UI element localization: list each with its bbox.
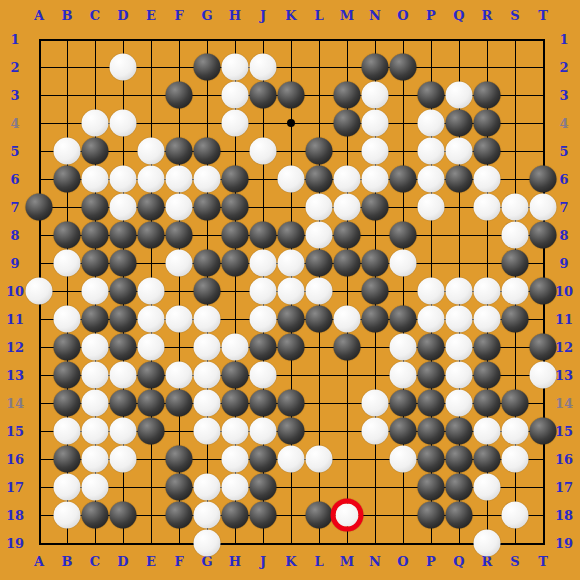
stone-S9 [502, 250, 529, 277]
col-label-top-K: K [285, 9, 296, 22]
stone-O6 [390, 166, 417, 193]
stone-H14 [222, 390, 249, 417]
col-label-bottom-H: H [229, 555, 241, 568]
stone-Q17 [446, 474, 473, 501]
stone-G15 [194, 418, 221, 445]
go-board: AABBCCDDEEFFGGHHJJKKLLMMNNOOPPQQRRSSTT11… [0, 0, 580, 580]
row-label-right-1: 1 [559, 33, 568, 46]
stone-C16 [82, 446, 109, 473]
stone-Q15 [446, 418, 473, 445]
stone-O9 [390, 250, 417, 277]
stone-N14 [362, 390, 389, 417]
col-label-bottom-O: O [397, 555, 408, 568]
stone-T10 [530, 278, 557, 305]
stone-P11 [418, 306, 445, 333]
row-label-left-15: 15 [6, 425, 24, 438]
col-label-top-P: P [426, 9, 436, 22]
stone-H15 [222, 418, 249, 445]
row-label-left-5: 5 [10, 145, 19, 158]
stone-O14 [390, 390, 417, 417]
stone-B12 [54, 334, 81, 361]
stone-M8 [334, 222, 361, 249]
stone-F13 [166, 362, 193, 389]
stone-C4 [82, 110, 109, 137]
col-label-top-T: T [538, 9, 548, 22]
stone-H4 [222, 110, 249, 137]
stone-E12 [138, 334, 165, 361]
row-label-right-11: 11 [555, 313, 573, 326]
stone-K10 [278, 278, 305, 305]
stone-L8 [306, 222, 333, 249]
stone-Q14 [446, 390, 473, 417]
row-label-right-7: 7 [559, 201, 568, 214]
stone-C14 [82, 390, 109, 417]
stone-K11 [278, 306, 305, 333]
stone-J18 [250, 502, 277, 529]
stone-D12 [110, 334, 137, 361]
grid-hline-1 [39, 39, 545, 41]
stone-C5 [82, 138, 109, 165]
row-label-right-19: 19 [555, 537, 573, 550]
stone-L6 [306, 166, 333, 193]
stone-F7 [166, 194, 193, 221]
stone-H13 [222, 362, 249, 389]
stone-P14 [418, 390, 445, 417]
stone-R14 [474, 390, 501, 417]
stone-P15 [418, 418, 445, 445]
col-label-bottom-C: C [90, 555, 100, 568]
col-label-top-M: M [340, 9, 354, 22]
stone-E7 [138, 194, 165, 221]
stone-K6 [278, 166, 305, 193]
stone-O12 [390, 334, 417, 361]
stone-C11 [82, 306, 109, 333]
stone-N4 [362, 110, 389, 137]
row-label-left-1: 1 [10, 33, 19, 46]
stone-M6 [334, 166, 361, 193]
stone-P3 [418, 82, 445, 109]
stone-R11 [474, 306, 501, 333]
stone-E14 [138, 390, 165, 417]
stone-S11 [502, 306, 529, 333]
stone-O15 [390, 418, 417, 445]
stone-D14 [110, 390, 137, 417]
stone-D4 [110, 110, 137, 137]
stone-B13 [54, 362, 81, 389]
stone-B8 [54, 222, 81, 249]
col-label-bottom-N: N [369, 555, 381, 568]
stone-G13 [194, 362, 221, 389]
hoshi-point-K4 [287, 119, 295, 127]
stone-O16 [390, 446, 417, 473]
stone-D7 [110, 194, 137, 221]
row-label-right-13: 13 [555, 369, 573, 382]
stone-L18 [306, 502, 333, 529]
stone-E8 [138, 222, 165, 249]
stone-Q13 [446, 362, 473, 389]
row-label-left-11: 11 [6, 313, 24, 326]
stone-N15 [362, 418, 389, 445]
stone-A7 [26, 194, 53, 221]
row-label-left-17: 17 [6, 481, 24, 494]
stone-K15 [278, 418, 305, 445]
stone-G9 [194, 250, 221, 277]
stone-J9 [250, 250, 277, 277]
col-label-top-O: O [397, 9, 408, 22]
stone-F6 [166, 166, 193, 193]
row-label-right-6: 6 [559, 173, 568, 186]
stone-M7 [334, 194, 361, 221]
stone-R17 [474, 474, 501, 501]
stone-F18 [166, 502, 193, 529]
stone-L16 [306, 446, 333, 473]
stone-H3 [222, 82, 249, 109]
stone-J16 [250, 446, 277, 473]
stone-G6 [194, 166, 221, 193]
stone-N10 [362, 278, 389, 305]
row-label-left-16: 16 [6, 453, 24, 466]
stone-P7 [418, 194, 445, 221]
stone-D18 [110, 502, 137, 529]
stone-G17 [194, 474, 221, 501]
stone-P10 [418, 278, 445, 305]
stone-S15 [502, 418, 529, 445]
stone-E10 [138, 278, 165, 305]
row-label-right-15: 15 [555, 425, 573, 438]
stone-J5 [250, 138, 277, 165]
stone-T8 [530, 222, 557, 249]
row-label-left-12: 12 [6, 341, 24, 354]
stone-E13 [138, 362, 165, 389]
col-label-bottom-F: F [174, 555, 183, 568]
stone-L9 [306, 250, 333, 277]
stone-C10 [82, 278, 109, 305]
col-label-bottom-E: E [146, 555, 156, 568]
stone-C9 [82, 250, 109, 277]
row-label-left-7: 7 [10, 201, 19, 214]
stone-T15 [530, 418, 557, 445]
stone-M9 [334, 250, 361, 277]
row-label-right-17: 17 [555, 481, 573, 494]
stone-R15 [474, 418, 501, 445]
stone-F8 [166, 222, 193, 249]
stone-H2 [222, 54, 249, 81]
stone-T7 [530, 194, 557, 221]
stone-C17 [82, 474, 109, 501]
stone-S10 [502, 278, 529, 305]
stone-H6 [222, 166, 249, 193]
stone-D13 [110, 362, 137, 389]
stone-F11 [166, 306, 193, 333]
stone-H12 [222, 334, 249, 361]
stone-Q10 [446, 278, 473, 305]
col-label-bottom-D: D [117, 555, 128, 568]
stone-E6 [138, 166, 165, 193]
col-label-top-S: S [510, 9, 519, 22]
stone-N9 [362, 250, 389, 277]
stone-D8 [110, 222, 137, 249]
stone-Q6 [446, 166, 473, 193]
stone-P12 [418, 334, 445, 361]
stone-Q18 [446, 502, 473, 529]
stone-H9 [222, 250, 249, 277]
col-label-bottom-P: P [426, 555, 436, 568]
stone-R4 [474, 110, 501, 137]
stone-A10 [26, 278, 53, 305]
stone-L5 [306, 138, 333, 165]
stone-B9 [54, 250, 81, 277]
stone-F9 [166, 250, 193, 277]
stone-R5 [474, 138, 501, 165]
stone-D11 [110, 306, 137, 333]
row-label-right-14: 14 [555, 397, 573, 410]
col-label-top-A: A [34, 9, 44, 22]
stone-S8 [502, 222, 529, 249]
stone-L7 [306, 194, 333, 221]
stone-N2 [362, 54, 389, 81]
stone-G2 [194, 54, 221, 81]
stone-Q12 [446, 334, 473, 361]
stone-J2 [250, 54, 277, 81]
stone-J8 [250, 222, 277, 249]
stone-T12 [530, 334, 557, 361]
row-label-right-2: 2 [559, 61, 568, 74]
stone-G14 [194, 390, 221, 417]
stone-C15 [82, 418, 109, 445]
stone-B15 [54, 418, 81, 445]
stone-B17 [54, 474, 81, 501]
stone-N7 [362, 194, 389, 221]
stone-S18 [502, 502, 529, 529]
stone-P16 [418, 446, 445, 473]
row-label-left-6: 6 [10, 173, 19, 186]
col-label-top-R: R [482, 9, 493, 22]
col-label-bottom-S: S [510, 555, 519, 568]
col-label-bottom-T: T [538, 555, 548, 568]
stone-J15 [250, 418, 277, 445]
stone-F17 [166, 474, 193, 501]
row-label-left-19: 19 [6, 537, 24, 550]
stone-C6 [82, 166, 109, 193]
stone-D9 [110, 250, 137, 277]
stone-K16 [278, 446, 305, 473]
stone-K12 [278, 334, 305, 361]
row-label-right-16: 16 [555, 453, 573, 466]
last-move-stone-M18 [331, 499, 364, 532]
row-label-left-3: 3 [10, 89, 19, 102]
stone-C8 [82, 222, 109, 249]
grid-hline-19 [39, 543, 545, 545]
stone-R10 [474, 278, 501, 305]
col-label-top-C: C [90, 9, 100, 22]
row-label-right-4: 4 [559, 117, 568, 130]
stone-G19 [194, 530, 221, 557]
stone-C13 [82, 362, 109, 389]
row-label-right-9: 9 [559, 257, 568, 270]
col-label-top-J: J [260, 9, 266, 22]
stone-S7 [502, 194, 529, 221]
stone-S16 [502, 446, 529, 473]
stone-K8 [278, 222, 305, 249]
col-label-top-H: H [229, 9, 241, 22]
stone-G7 [194, 194, 221, 221]
stone-H16 [222, 446, 249, 473]
stone-N3 [362, 82, 389, 109]
col-label-top-D: D [117, 9, 128, 22]
col-label-top-F: F [174, 9, 183, 22]
stone-D2 [110, 54, 137, 81]
col-label-bottom-A: A [34, 555, 44, 568]
stone-D10 [110, 278, 137, 305]
stone-G5 [194, 138, 221, 165]
stone-Q16 [446, 446, 473, 473]
stone-P4 [418, 110, 445, 137]
stone-J17 [250, 474, 277, 501]
stone-E11 [138, 306, 165, 333]
stone-M12 [334, 334, 361, 361]
stone-G18 [194, 502, 221, 529]
stone-O11 [390, 306, 417, 333]
stone-B18 [54, 502, 81, 529]
stone-J3 [250, 82, 277, 109]
row-label-left-4: 4 [10, 117, 19, 130]
stone-E15 [138, 418, 165, 445]
stone-R3 [474, 82, 501, 109]
col-label-top-E: E [146, 9, 156, 22]
stone-J14 [250, 390, 277, 417]
stone-G12 [194, 334, 221, 361]
stone-P18 [418, 502, 445, 529]
stone-H17 [222, 474, 249, 501]
stone-Q11 [446, 306, 473, 333]
stone-R13 [474, 362, 501, 389]
stone-K9 [278, 250, 305, 277]
col-label-bottom-Q: Q [453, 555, 464, 568]
col-label-top-G: G [201, 9, 212, 22]
row-label-right-5: 5 [559, 145, 568, 158]
stone-R7 [474, 194, 501, 221]
stone-H18 [222, 502, 249, 529]
stone-R6 [474, 166, 501, 193]
stone-M3 [334, 82, 361, 109]
stone-D6 [110, 166, 137, 193]
stone-P6 [418, 166, 445, 193]
row-label-right-10: 10 [555, 285, 573, 298]
stone-R19 [474, 530, 501, 557]
col-label-bottom-M: M [340, 555, 354, 568]
stone-L10 [306, 278, 333, 305]
stone-S14 [502, 390, 529, 417]
stone-N5 [362, 138, 389, 165]
stone-M4 [334, 110, 361, 137]
row-label-left-8: 8 [10, 229, 19, 242]
stone-F14 [166, 390, 193, 417]
col-label-top-L: L [314, 9, 323, 22]
stone-D15 [110, 418, 137, 445]
col-label-bottom-B: B [62, 555, 73, 568]
stone-J12 [250, 334, 277, 361]
stone-D16 [110, 446, 137, 473]
row-label-right-8: 8 [559, 229, 568, 242]
stone-O13 [390, 362, 417, 389]
col-label-bottom-K: K [285, 555, 296, 568]
stone-O2 [390, 54, 417, 81]
row-label-left-13: 13 [6, 369, 24, 382]
stone-O8 [390, 222, 417, 249]
col-label-bottom-J: J [260, 555, 266, 568]
stone-J10 [250, 278, 277, 305]
stone-B16 [54, 446, 81, 473]
row-label-right-12: 12 [555, 341, 573, 354]
stone-P5 [418, 138, 445, 165]
stone-G10 [194, 278, 221, 305]
stone-M11 [334, 306, 361, 333]
stone-B5 [54, 138, 81, 165]
stone-C7 [82, 194, 109, 221]
stone-B11 [54, 306, 81, 333]
stone-T6 [530, 166, 557, 193]
stone-P13 [418, 362, 445, 389]
stone-E5 [138, 138, 165, 165]
col-label-top-N: N [369, 9, 381, 22]
stone-G11 [194, 306, 221, 333]
stone-F16 [166, 446, 193, 473]
stone-Q3 [446, 82, 473, 109]
stone-K3 [278, 82, 305, 109]
stone-K14 [278, 390, 305, 417]
stone-R12 [474, 334, 501, 361]
stone-N11 [362, 306, 389, 333]
col-label-top-Q: Q [453, 9, 464, 22]
stone-L11 [306, 306, 333, 333]
stone-Q5 [446, 138, 473, 165]
row-label-right-3: 3 [559, 89, 568, 102]
stone-F3 [166, 82, 193, 109]
stone-P17 [418, 474, 445, 501]
row-label-left-9: 9 [10, 257, 19, 270]
stone-B14 [54, 390, 81, 417]
row-label-left-10: 10 [6, 285, 24, 298]
stone-H8 [222, 222, 249, 249]
stone-H7 [222, 194, 249, 221]
stone-Q4 [446, 110, 473, 137]
stone-J13 [250, 362, 277, 389]
row-label-right-18: 18 [555, 509, 573, 522]
stone-N6 [362, 166, 389, 193]
row-label-left-2: 2 [10, 61, 19, 74]
stone-T13 [530, 362, 557, 389]
stone-R16 [474, 446, 501, 473]
row-label-left-18: 18 [6, 509, 24, 522]
stone-J11 [250, 306, 277, 333]
stone-B6 [54, 166, 81, 193]
col-label-top-B: B [62, 9, 73, 22]
row-label-left-14: 14 [6, 397, 24, 410]
stone-C18 [82, 502, 109, 529]
col-label-bottom-L: L [314, 555, 323, 568]
stone-F5 [166, 138, 193, 165]
stone-C12 [82, 334, 109, 361]
